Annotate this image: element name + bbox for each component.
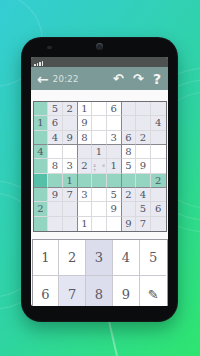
key-4[interactable]: 4	[113, 240, 140, 276]
sudoku-cell-r3c3[interactable]: 9	[63, 131, 78, 145]
pencil-marks: 467	[92, 159, 106, 172]
sudoku-cell-r3c8[interactable]: 2	[136, 131, 151, 145]
sudoku-cell-r9c1[interactable]	[34, 217, 49, 231]
board-area: 5216169449836241883246715912973524295619…	[31, 90, 168, 306]
sudoku-cell-r9c9[interactable]	[151, 217, 166, 231]
key-3[interactable]: 3	[86, 240, 113, 276]
sudoku-cell-r3c4[interactable]: 8	[78, 131, 93, 145]
sudoku-cell-r5c2[interactable]: 8	[48, 159, 63, 173]
sudoku-cell-r4c4[interactable]	[78, 145, 93, 159]
sudoku-cell-r9c3[interactable]	[63, 217, 78, 231]
sudoku-cell-r7c9[interactable]	[151, 188, 166, 202]
sudoku-cell-r8c3[interactable]	[63, 202, 78, 216]
sudoku-cell-r6c3[interactable]: 1	[63, 174, 78, 188]
sudoku-cell-r1c5[interactable]	[92, 102, 107, 116]
key-5[interactable]: 5	[140, 240, 167, 276]
back-button[interactable]: ←	[37, 72, 49, 86]
sudoku-cell-r6c7[interactable]	[122, 174, 137, 188]
sudoku-cell-r7c1[interactable]	[34, 188, 49, 202]
sudoku-cell-r5c7[interactable]: 5	[122, 159, 137, 173]
phone-frame: ← 20:22 ↶ ↷ ? 52161694498362418832467159…	[21, 37, 178, 322]
sudoku-cell-r4c9[interactable]	[151, 145, 166, 159]
sudoku-cell-r5c1[interactable]	[34, 159, 49, 173]
key-7[interactable]: 7	[59, 276, 86, 306]
sudoku-cell-r8c5[interactable]	[92, 202, 107, 216]
sudoku-cell-r6c2[interactable]	[48, 174, 63, 188]
sudoku-cell-r4c5[interactable]: 1	[92, 145, 107, 159]
sudoku-cell-r4c3[interactable]	[63, 145, 78, 159]
key-1[interactable]: 1	[33, 240, 60, 276]
sudoku-cell-r8c2[interactable]	[48, 202, 63, 216]
sudoku-cell-r2c5[interactable]	[92, 116, 107, 130]
sudoku-cell-r1c8[interactable]	[136, 102, 151, 116]
sudoku-cell-r3c5[interactable]	[92, 131, 107, 145]
game-timer: 20:22	[53, 74, 79, 84]
sudoku-cell-r2c3[interactable]	[63, 116, 78, 130]
key-2[interactable]: 2	[59, 240, 86, 276]
sudoku-cell-r9c2[interactable]	[48, 217, 63, 231]
status-bar	[31, 57, 168, 67]
sudoku-cell-r7c7[interactable]: 2	[122, 188, 137, 202]
key-6[interactable]: 6	[33, 276, 60, 306]
front-camera-icon	[96, 43, 103, 50]
sudoku-cell-r2c4[interactable]: 9	[78, 116, 93, 130]
sudoku-cell-r9c5[interactable]	[92, 217, 107, 231]
proximity-sensor-icon	[47, 46, 52, 49]
sudoku-cell-r1c1[interactable]	[34, 102, 49, 116]
sudoku-cell-r1c7[interactable]	[122, 102, 137, 116]
sudoku-cell-r8c7[interactable]	[122, 202, 137, 216]
sudoku-cell-r6c4[interactable]	[78, 174, 93, 188]
sudoku-cell-r7c2[interactable]: 9	[48, 188, 63, 202]
sudoku-cell-r5c6[interactable]: 1	[107, 159, 122, 173]
sudoku-cell-r6c8[interactable]	[136, 174, 151, 188]
sudoku-cell-r2c2[interactable]: 6	[48, 116, 63, 130]
sudoku-cell-r5c8[interactable]: 9	[136, 159, 151, 173]
sudoku-cell-r7c4[interactable]: 3	[78, 188, 93, 202]
sudoku-cell-r8c8[interactable]: 5	[136, 202, 151, 216]
sudoku-cell-r4c1[interactable]: 4	[34, 145, 49, 159]
sudoku-cell-r7c3[interactable]: 7	[63, 188, 78, 202]
sudoku-cell-r1c4[interactable]: 1	[78, 102, 93, 116]
page-background: ← 20:22 ↶ ↷ ? 52161694498362418832467159…	[0, 0, 200, 356]
sudoku-cell-r9c8[interactable]: 7	[136, 217, 151, 231]
sudoku-cell-r6c9[interactable]: 2	[151, 174, 166, 188]
key-9[interactable]: 9	[113, 276, 140, 306]
sudoku-cell-r2c8[interactable]	[136, 116, 151, 130]
sudoku-cell-r5c4[interactable]: 2	[78, 159, 93, 173]
pencil-mode-key[interactable]: ✎	[140, 276, 167, 306]
key-8[interactable]: 8	[86, 276, 113, 306]
phone-screen: ← 20:22 ↶ ↷ ? 52161694498362418832467159…	[31, 57, 168, 306]
sudoku-cell-r1c6[interactable]: 6	[107, 102, 122, 116]
app-bar: ← 20:22 ↶ ↷ ?	[31, 67, 168, 90]
sudoku-cell-r8c4[interactable]	[78, 202, 93, 216]
sudoku-cell-r9c6[interactable]	[107, 217, 122, 231]
sudoku-cell-r6c5[interactable]	[92, 174, 107, 188]
sudoku-cell-r6c1[interactable]	[34, 174, 49, 188]
sudoku-cell-r9c7[interactable]: 9	[122, 217, 137, 231]
sudoku-cell-r2c7[interactable]	[122, 116, 137, 130]
help-button[interactable]: ?	[153, 72, 161, 86]
number-keypad: 123456789✎	[32, 239, 168, 306]
sudoku-cell-r5c9[interactable]	[151, 159, 166, 173]
sudoku-cell-r3c7[interactable]: 6	[122, 131, 137, 145]
sudoku-cell-r3c9[interactable]	[151, 131, 166, 145]
sudoku-cell-r4c6[interactable]	[107, 145, 122, 159]
sudoku-cell-r7c5[interactable]	[92, 188, 107, 202]
sudoku-cell-r8c6[interactable]: 9	[107, 202, 122, 216]
sudoku-cell-r6c6[interactable]	[107, 174, 122, 188]
redo-button[interactable]: ↷	[133, 72, 144, 85]
sudoku-cell-r7c6[interactable]: 5	[107, 188, 122, 202]
sudoku-cell-r5c5[interactable]: 467	[92, 159, 107, 173]
sudoku-cell-r3c1[interactable]	[34, 131, 49, 145]
sudoku-cell-r1c3[interactable]: 2	[63, 102, 78, 116]
sudoku-cell-r4c2[interactable]	[48, 145, 63, 159]
sudoku-cell-r2c9[interactable]: 4	[151, 116, 166, 130]
sudoku-cell-r9c4[interactable]: 1	[78, 217, 93, 231]
sudoku-cell-r3c6[interactable]: 3	[107, 131, 122, 145]
sudoku-cell-r4c7[interactable]: 8	[122, 145, 137, 159]
sudoku-cell-r1c9[interactable]	[151, 102, 166, 116]
signal-bars-icon	[34, 61, 43, 66]
sudoku-grid: 5216169449836241883246715912973524295619…	[33, 101, 167, 232]
sudoku-cell-r8c1[interactable]: 2	[34, 202, 49, 216]
undo-button[interactable]: ↶	[113, 72, 124, 85]
sudoku-cell-r4c8[interactable]	[136, 145, 151, 159]
sudoku-cell-r2c1[interactable]: 1	[34, 116, 49, 130]
sudoku-cell-r3c2[interactable]: 4	[48, 131, 63, 145]
sudoku-cell-r5c3[interactable]: 3	[63, 159, 78, 173]
sudoku-cell-r7c8[interactable]: 4	[136, 188, 151, 202]
sudoku-cell-r1c2[interactable]: 5	[48, 102, 63, 116]
sudoku-cell-r2c6[interactable]	[107, 116, 122, 130]
sudoku-cell-r8c9[interactable]: 6	[151, 202, 166, 216]
